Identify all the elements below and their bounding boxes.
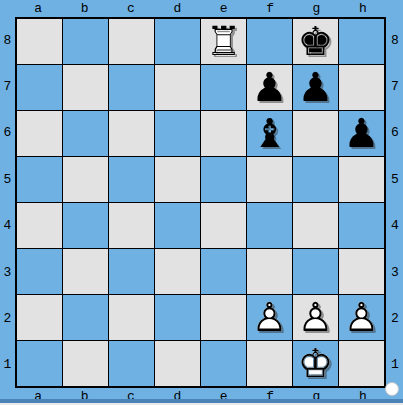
file-label: f [247,1,293,16]
square-a8[interactable] [17,19,62,64]
rank-label: 2 [387,295,403,341]
square-c7[interactable] [109,65,154,110]
piece-white-pawn: ♟♙ [339,295,384,340]
piece-black-pawn: ♟ [247,65,292,110]
square-b5[interactable] [63,157,108,202]
rank-label: 8 [0,17,15,63]
square-b3[interactable] [63,249,108,294]
square-f7[interactable]: ♟ [247,65,292,110]
square-c5[interactable] [109,157,154,202]
square-g2[interactable]: ♟♙ [293,295,338,340]
piece-black-king: ♚ [293,19,338,64]
piece-white-pawn: ♟♙ [293,295,338,340]
piece-white-rook: ♜♖ [201,19,246,64]
file-label: b [61,1,107,16]
square-d5[interactable] [155,157,200,202]
square-h6[interactable]: ♟ [339,111,384,156]
square-b6[interactable] [63,111,108,156]
square-d3[interactable] [155,249,200,294]
square-a6[interactable] [17,111,62,156]
square-h4[interactable] [339,203,384,248]
square-f1[interactable] [247,341,292,386]
rank-label: 5 [0,156,15,202]
square-e4[interactable] [201,203,246,248]
square-e2[interactable] [201,295,246,340]
file-label: c [108,1,154,16]
square-f6[interactable]: ♝ [247,111,292,156]
rank-label: 1 [387,342,403,388]
file-labels-top: a b c d e f g h [15,1,386,16]
square-d7[interactable] [155,65,200,110]
square-f5[interactable] [247,157,292,202]
square-b2[interactable] [63,295,108,340]
file-label: a [15,1,61,16]
piece-outline: ♙ [339,295,384,340]
square-a2[interactable] [17,295,62,340]
file-label: h [340,1,386,16]
square-g3[interactable] [293,249,338,294]
piece-black-pawn: ♟ [339,111,384,156]
square-g5[interactable] [293,157,338,202]
rank-label: 7 [0,63,15,109]
square-a7[interactable] [17,65,62,110]
piece-black-pawn: ♟ [293,65,338,110]
square-f4[interactable] [247,203,292,248]
square-e1[interactable] [201,341,246,386]
square-c6[interactable] [109,111,154,156]
rank-label: 3 [387,249,403,295]
square-c4[interactable] [109,203,154,248]
square-g6[interactable] [293,111,338,156]
rank-label: 5 [387,156,403,202]
square-b4[interactable] [63,203,108,248]
piece-outline: ♙ [293,295,338,340]
file-label: d [154,1,200,16]
square-e8[interactable]: ♜♖ [201,19,246,64]
rank-label: 3 [0,249,15,295]
square-h1[interactable] [339,341,384,386]
rank-labels-left: 8 7 6 5 4 3 2 1 [0,17,15,388]
white-to-move-indicator [385,382,399,396]
board: ♜♖♚♟♟♝♟♟♙♟♙♟♙♚♔ [15,17,386,388]
square-c3[interactable] [109,249,154,294]
piece-white-king: ♚♔ [293,341,338,386]
square-e7[interactable] [201,65,246,110]
square-b8[interactable] [63,19,108,64]
rank-labels-right: 8 7 6 5 4 3 2 1 [387,17,403,388]
square-d6[interactable] [155,111,200,156]
square-g1[interactable]: ♚♔ [293,341,338,386]
piece-black-bishop: ♝ [247,111,292,156]
square-d1[interactable] [155,341,200,386]
square-d8[interactable] [155,19,200,64]
square-e6[interactable] [201,111,246,156]
square-c2[interactable] [109,295,154,340]
rank-label: 6 [387,110,403,156]
rank-label: 2 [0,295,15,341]
piece-white-pawn: ♟♙ [247,295,292,340]
square-e5[interactable] [201,157,246,202]
rank-label: 1 [0,342,15,388]
file-label: e [201,1,247,16]
chess-diagram: a b c d e f g h 8 7 6 5 4 3 2 1 ♜♖♚♟♟♝♟♟… [0,0,403,405]
square-e3[interactable] [201,249,246,294]
square-c1[interactable] [109,341,154,386]
square-a3[interactable] [17,249,62,294]
square-g8[interactable]: ♚ [293,19,338,64]
piece-outline: ♙ [247,295,292,340]
square-d4[interactable] [155,203,200,248]
square-a4[interactable] [17,203,62,248]
rank-label: 4 [387,203,403,249]
square-b7[interactable] [63,65,108,110]
rank-label: 7 [387,63,403,109]
piece-outline: ♔ [293,341,338,386]
file-label: g [293,1,339,16]
square-f2[interactable]: ♟♙ [247,295,292,340]
square-h2[interactable]: ♟♙ [339,295,384,340]
rank-label: 4 [0,203,15,249]
rank-label: 6 [0,110,15,156]
square-f8[interactable] [247,19,292,64]
square-h3[interactable] [339,249,384,294]
square-a1[interactable] [17,341,62,386]
square-h8[interactable] [339,19,384,64]
square-h5[interactable] [339,157,384,202]
square-b1[interactable] [63,341,108,386]
square-g7[interactable]: ♟ [293,65,338,110]
square-a5[interactable] [17,157,62,202]
square-h7[interactable] [339,65,384,110]
square-d2[interactable] [155,295,200,340]
square-c8[interactable] [109,19,154,64]
square-f3[interactable] [247,249,292,294]
square-g4[interactable] [293,203,338,248]
rank-label: 8 [387,17,403,63]
piece-outline: ♖ [201,19,246,64]
